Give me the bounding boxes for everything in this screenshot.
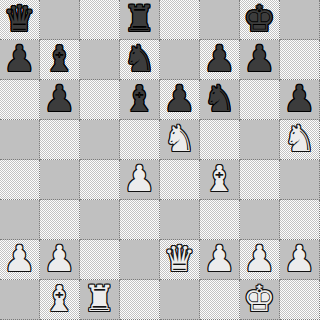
square-h3[interactable]: [280, 200, 320, 240]
square-f3[interactable]: [200, 200, 240, 240]
square-d1[interactable]: [120, 280, 160, 320]
square-b7[interactable]: ♝: [40, 40, 80, 80]
piece-white-king[interactable]: ♚: [243, 280, 275, 319]
square-a8[interactable]: ♛: [0, 0, 40, 40]
square-f5[interactable]: [200, 120, 240, 160]
square-h8[interactable]: [280, 0, 320, 40]
piece-black-pawn[interactable]: ♟: [243, 40, 275, 79]
piece-white-knight[interactable]: ♞: [163, 120, 195, 159]
piece-white-pawn[interactable]: ♟: [3, 240, 35, 279]
square-h7[interactable]: [280, 40, 320, 80]
square-b8[interactable]: [40, 0, 80, 40]
square-e7[interactable]: [160, 40, 200, 80]
piece-black-bishop[interactable]: ♝: [123, 80, 155, 119]
piece-black-knight[interactable]: ♞: [123, 40, 155, 79]
square-f7[interactable]: ♟: [200, 40, 240, 80]
square-b1[interactable]: ♝: [40, 280, 80, 320]
square-b6[interactable]: ♟: [40, 80, 80, 120]
piece-white-bishop[interactable]: ♝: [203, 160, 235, 199]
square-a4[interactable]: [0, 160, 40, 200]
square-d2[interactable]: [120, 240, 160, 280]
piece-white-pawn[interactable]: ♟: [203, 240, 235, 279]
square-e2[interactable]: ♛: [160, 240, 200, 280]
square-h1[interactable]: [280, 280, 320, 320]
square-h5[interactable]: ♞: [280, 120, 320, 160]
square-d7[interactable]: ♞: [120, 40, 160, 80]
square-b3[interactable]: [40, 200, 80, 240]
square-c6[interactable]: [80, 80, 120, 120]
square-c7[interactable]: [80, 40, 120, 80]
square-c8[interactable]: [80, 0, 120, 40]
square-f1[interactable]: [200, 280, 240, 320]
square-g3[interactable]: [240, 200, 280, 240]
square-e6[interactable]: ♟: [160, 80, 200, 120]
square-d6[interactable]: ♝: [120, 80, 160, 120]
square-d3[interactable]: [120, 200, 160, 240]
piece-black-bishop[interactable]: ♝: [43, 40, 75, 79]
square-e4[interactable]: [160, 160, 200, 200]
square-c3[interactable]: [80, 200, 120, 240]
square-f2[interactable]: ♟: [200, 240, 240, 280]
square-b4[interactable]: [40, 160, 80, 200]
square-c2[interactable]: [80, 240, 120, 280]
square-f4[interactable]: ♝: [200, 160, 240, 200]
piece-white-rook[interactable]: ♜: [83, 280, 115, 319]
square-h4[interactable]: [280, 160, 320, 200]
piece-white-queen[interactable]: ♛: [163, 240, 195, 279]
square-d5[interactable]: [120, 120, 160, 160]
piece-white-pawn[interactable]: ♟: [243, 240, 275, 279]
chess-board: ♛♜♚♟♝♞♟♟♟♝♟♞♟♞♞♟♝♟♟♛♟♟♟♝♜♚: [0, 0, 320, 320]
piece-white-pawn[interactable]: ♟: [43, 240, 75, 279]
square-g1[interactable]: ♚: [240, 280, 280, 320]
piece-black-pawn[interactable]: ♟: [203, 40, 235, 79]
piece-black-rook[interactable]: ♜: [123, 0, 155, 39]
square-f6[interactable]: ♞: [200, 80, 240, 120]
square-a1[interactable]: [0, 280, 40, 320]
piece-white-pawn[interactable]: ♟: [283, 240, 315, 279]
square-c5[interactable]: [80, 120, 120, 160]
piece-black-pawn[interactable]: ♟: [3, 40, 35, 79]
square-h2[interactable]: ♟: [280, 240, 320, 280]
square-a2[interactable]: ♟: [0, 240, 40, 280]
piece-black-pawn[interactable]: ♟: [283, 80, 315, 119]
square-a3[interactable]: [0, 200, 40, 240]
piece-black-pawn[interactable]: ♟: [163, 80, 195, 119]
square-e3[interactable]: [160, 200, 200, 240]
square-d8[interactable]: ♜: [120, 0, 160, 40]
square-b5[interactable]: [40, 120, 80, 160]
square-e8[interactable]: [160, 0, 200, 40]
piece-black-queen[interactable]: ♛: [3, 0, 35, 39]
square-e5[interactable]: ♞: [160, 120, 200, 160]
square-c4[interactable]: [80, 160, 120, 200]
square-a6[interactable]: [0, 80, 40, 120]
square-g5[interactable]: [240, 120, 280, 160]
square-b2[interactable]: ♟: [40, 240, 80, 280]
square-a5[interactable]: [0, 120, 40, 160]
piece-black-knight[interactable]: ♞: [203, 80, 235, 119]
square-d4[interactable]: ♟: [120, 160, 160, 200]
square-h6[interactable]: ♟: [280, 80, 320, 120]
square-g4[interactable]: [240, 160, 280, 200]
square-g7[interactable]: ♟: [240, 40, 280, 80]
square-g6[interactable]: [240, 80, 280, 120]
piece-white-knight[interactable]: ♞: [283, 120, 315, 159]
square-c1[interactable]: ♜: [80, 280, 120, 320]
piece-black-pawn[interactable]: ♟: [43, 80, 75, 119]
square-g2[interactable]: ♟: [240, 240, 280, 280]
square-g8[interactable]: ♚: [240, 0, 280, 40]
piece-white-pawn[interactable]: ♟: [123, 160, 155, 199]
piece-black-king[interactable]: ♚: [243, 0, 275, 39]
square-e1[interactable]: [160, 280, 200, 320]
square-f8[interactable]: [200, 0, 240, 40]
piece-white-bishop[interactable]: ♝: [43, 280, 75, 319]
square-a7[interactable]: ♟: [0, 40, 40, 80]
